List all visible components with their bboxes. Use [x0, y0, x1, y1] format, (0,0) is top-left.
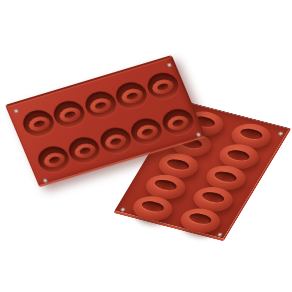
cavity	[96, 124, 135, 157]
hanging-hole	[43, 178, 48, 183]
cavity	[143, 70, 182, 103]
hanging-hole	[278, 131, 284, 135]
cavity-ring	[103, 132, 129, 151]
hanging-hole	[13, 109, 18, 114]
cavity	[34, 143, 73, 176]
cavity-ring	[165, 114, 191, 133]
dome-crater	[165, 157, 191, 171]
dome-crater	[225, 148, 251, 162]
hanging-hole	[167, 63, 172, 68]
dome-crater	[238, 127, 264, 141]
dome-crater	[213, 169, 239, 183]
cavity-ring-hole	[126, 92, 139, 101]
hanging-hole	[217, 232, 223, 236]
cavity-ring	[26, 115, 52, 134]
dome-crater	[152, 178, 178, 192]
cavity	[19, 107, 58, 140]
cavity-ring	[57, 105, 83, 124]
product-photo	[0, 0, 292, 292]
cavity-ring	[41, 151, 67, 170]
dome-crater	[200, 191, 226, 205]
cavity-ring-hole	[172, 119, 185, 128]
cavity-ring-hole	[79, 147, 92, 156]
cavity-ring-hole	[110, 137, 123, 146]
cavity-ring-hole	[141, 128, 154, 137]
cavity-ring	[150, 77, 176, 96]
cavity-ring	[88, 96, 114, 115]
cavity-ring	[119, 87, 145, 106]
cavity-ring-hole	[94, 101, 107, 110]
cavity-ring-hole	[32, 120, 45, 129]
cavity-ring	[72, 141, 98, 160]
cavity	[158, 106, 197, 139]
cavity	[127, 115, 166, 148]
cavity	[65, 134, 104, 167]
cavity	[112, 79, 151, 112]
hanging-hole	[120, 207, 126, 211]
cavity-ring-hole	[48, 156, 61, 165]
hanging-hole	[196, 132, 201, 137]
cavity	[50, 97, 89, 130]
cavity-ring	[134, 123, 160, 142]
cavity-ring-hole	[63, 110, 76, 119]
dome-crater	[139, 200, 165, 214]
cavity	[81, 88, 120, 121]
cavity-mold-cavities	[7, 57, 171, 106]
dome-crater	[187, 212, 213, 226]
cavity-ring-hole	[157, 82, 170, 91]
